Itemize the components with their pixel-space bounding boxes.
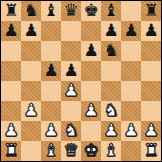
square-h4[interactable] [141,81,161,101]
square-c4[interactable] [41,81,61,101]
piece-black-pawn[interactable]: ♟ [63,61,78,80]
square-a4[interactable] [1,81,21,101]
square-h6[interactable] [141,41,161,61]
square-b2[interactable] [21,121,41,141]
square-f3[interactable]: ♞ [101,101,121,121]
square-d8[interactable]: ♛ [61,1,81,21]
piece-black-pawn[interactable]: ♟ [83,41,98,60]
square-c7[interactable] [41,21,61,41]
square-c6[interactable] [41,41,61,61]
square-c8[interactable]: ♝ [41,1,61,21]
piece-white-pawn[interactable]: ♟ [23,101,38,120]
square-g6[interactable] [121,41,141,61]
piece-black-king[interactable]: ♚ [83,1,98,20]
piece-black-pawn[interactable]: ♟ [43,61,58,80]
square-f5[interactable] [101,61,121,81]
piece-white-pawn[interactable]: ♟ [63,81,78,100]
square-c3[interactable] [41,101,61,121]
square-h1[interactable]: ♜ [141,141,161,161]
square-b6[interactable] [21,41,41,61]
square-b5[interactable] [21,61,41,81]
piece-black-queen[interactable]: ♛ [63,1,78,20]
piece-black-pawn[interactable]: ♟ [103,21,118,40]
square-h8[interactable]: ♜ [141,1,161,21]
piece-white-rook[interactable]: ♜ [3,141,18,160]
square-a3[interactable] [1,101,21,121]
square-e7[interactable] [81,21,101,41]
square-b1[interactable] [21,141,41,161]
square-d6[interactable] [61,41,81,61]
piece-white-pawn[interactable]: ♟ [123,121,138,140]
square-e8[interactable]: ♚ [81,1,101,21]
square-c1[interactable]: ♝ [41,141,61,161]
piece-white-pawn[interactable]: ♟ [83,101,98,120]
square-h5[interactable] [141,61,161,81]
square-d5[interactable]: ♟ [61,61,81,81]
square-a5[interactable] [1,61,21,81]
piece-black-pawn[interactable]: ♟ [123,21,138,40]
square-h7[interactable]: ♟ [141,21,161,41]
piece-black-pawn[interactable]: ♟ [143,21,158,40]
square-c2[interactable]: ♟ [41,121,61,141]
board-frame: ♜♞♝♛♚♝♜♟♟♟♟♟♟♞♟♟♟♟♟♞♟♟♞♟♟♟♜♝♛♚♝♜ [0,0,162,162]
square-d1[interactable]: ♛ [61,141,81,161]
square-f8[interactable]: ♝ [101,1,121,21]
square-b7[interactable]: ♟ [21,21,41,41]
square-e3[interactable]: ♟ [81,101,101,121]
piece-white-pawn[interactable]: ♟ [103,121,118,140]
square-h3[interactable] [141,101,161,121]
square-g4[interactable] [121,81,141,101]
piece-white-knight[interactable]: ♞ [103,101,118,120]
square-c5[interactable]: ♟ [41,61,61,81]
square-b8[interactable]: ♞ [21,1,41,21]
chess-board: ♜♞♝♛♚♝♜♟♟♟♟♟♟♞♟♟♟♟♟♞♟♟♞♟♟♟♜♝♛♚♝♜ [1,1,161,161]
piece-black-pawn[interactable]: ♟ [23,21,38,40]
square-f4[interactable] [101,81,121,101]
piece-white-pawn[interactable]: ♟ [43,121,58,140]
piece-black-bishop[interactable]: ♝ [43,1,58,20]
square-e4[interactable] [81,81,101,101]
square-f2[interactable]: ♟ [101,121,121,141]
square-h2[interactable]: ♟ [141,121,161,141]
square-g1[interactable] [121,141,141,161]
piece-white-bishop[interactable]: ♝ [103,141,118,160]
square-a8[interactable]: ♜ [1,1,21,21]
square-g5[interactable] [121,61,141,81]
square-f6[interactable]: ♞ [101,41,121,61]
square-e5[interactable] [81,61,101,81]
square-d7[interactable] [61,21,81,41]
square-f1[interactable]: ♝ [101,141,121,161]
piece-white-knight[interactable]: ♞ [63,121,78,140]
piece-black-rook[interactable]: ♜ [143,1,158,20]
square-d2[interactable]: ♞ [61,121,81,141]
square-a6[interactable] [1,41,21,61]
piece-black-knight[interactable]: ♞ [23,1,38,20]
square-g7[interactable]: ♟ [121,21,141,41]
piece-white-pawn[interactable]: ♟ [3,121,18,140]
square-e2[interactable] [81,121,101,141]
piece-black-knight[interactable]: ♞ [103,41,118,60]
square-f7[interactable]: ♟ [101,21,121,41]
piece-black-pawn[interactable]: ♟ [3,21,18,40]
square-d4[interactable]: ♟ [61,81,81,101]
square-g2[interactable]: ♟ [121,121,141,141]
square-a7[interactable]: ♟ [1,21,21,41]
square-b3[interactable]: ♟ [21,101,41,121]
square-e6[interactable]: ♟ [81,41,101,61]
square-g3[interactable] [121,101,141,121]
square-d3[interactable] [61,101,81,121]
square-a2[interactable]: ♟ [1,121,21,141]
piece-white-king[interactable]: ♚ [83,141,98,160]
piece-black-rook[interactable]: ♜ [3,1,18,20]
piece-white-bishop[interactable]: ♝ [43,141,58,160]
square-a1[interactable]: ♜ [1,141,21,161]
piece-black-bishop[interactable]: ♝ [103,1,118,20]
square-g8[interactable] [121,1,141,21]
square-b4[interactable] [21,81,41,101]
piece-white-queen[interactable]: ♛ [63,141,78,160]
piece-white-pawn[interactable]: ♟ [143,121,158,140]
piece-white-rook[interactable]: ♜ [143,141,158,160]
square-e1[interactable]: ♚ [81,141,101,161]
